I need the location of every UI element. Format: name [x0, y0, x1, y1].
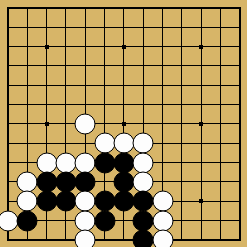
- board-intersection[interactable]: [95, 56, 114, 75]
- board-intersection[interactable]: [114, 95, 133, 114]
- board-intersection[interactable]: [0, 153, 18, 172]
- board-intersection[interactable]: [192, 0, 211, 18]
- board-intersection[interactable]: [0, 172, 18, 191]
- board-intersection[interactable]: [56, 172, 75, 191]
- board-intersection[interactable]: [134, 153, 153, 172]
- board-intersection[interactable]: [56, 37, 75, 56]
- board-intersection[interactable]: [56, 134, 75, 153]
- board-intersection[interactable]: [114, 134, 133, 153]
- board-intersection[interactable]: [76, 134, 95, 153]
- board-intersection[interactable]: [172, 114, 191, 133]
- black-stone[interactable]: [133, 229, 154, 247]
- board-intersection[interactable]: [153, 37, 172, 56]
- board-intersection[interactable]: [95, 0, 114, 18]
- white-stone[interactable]: [113, 133, 134, 154]
- board-intersection[interactable]: [37, 114, 56, 133]
- board-intersection[interactable]: [172, 134, 191, 153]
- board-intersection[interactable]: [153, 211, 172, 230]
- black-stone[interactable]: [113, 171, 134, 192]
- white-stone[interactable]: [133, 133, 154, 154]
- board-intersection[interactable]: [95, 211, 114, 230]
- board-intersection[interactable]: [172, 37, 191, 56]
- board-intersection[interactable]: [114, 0, 133, 18]
- board-intersection[interactable]: [114, 211, 133, 230]
- board-intersection[interactable]: [153, 134, 172, 153]
- go-board[interactable]: [0, 0, 247, 247]
- black-stone[interactable]: [55, 191, 76, 212]
- board-intersection[interactable]: [18, 95, 37, 114]
- board-intersection[interactable]: [172, 230, 191, 247]
- white-stone[interactable]: [36, 152, 57, 173]
- board-intersection[interactable]: [134, 0, 153, 18]
- board-intersection[interactable]: [18, 230, 37, 247]
- board-intersection[interactable]: [153, 153, 172, 172]
- black-stone[interactable]: [133, 191, 154, 212]
- board-intersection[interactable]: [76, 18, 95, 37]
- board-intersection[interactable]: [95, 172, 114, 191]
- board-intersection[interactable]: [230, 211, 247, 230]
- board-intersection[interactable]: [114, 18, 133, 37]
- board-intersection[interactable]: [153, 192, 172, 211]
- board-intersection[interactable]: [56, 153, 75, 172]
- board-intersection[interactable]: [18, 114, 37, 133]
- board-intersection[interactable]: [230, 56, 247, 75]
- board-intersection[interactable]: [18, 56, 37, 75]
- board-intersection[interactable]: [37, 134, 56, 153]
- board-intersection[interactable]: [153, 76, 172, 95]
- board-intersection[interactable]: [211, 211, 230, 230]
- board-intersection[interactable]: [192, 211, 211, 230]
- board-intersection[interactable]: [211, 230, 230, 247]
- board-intersection[interactable]: [37, 18, 56, 37]
- black-stone[interactable]: [133, 210, 154, 231]
- board-intersection[interactable]: [76, 0, 95, 18]
- board-intersection[interactable]: [192, 230, 211, 247]
- stones-layer: [0, 0, 247, 247]
- board-intersection[interactable]: [114, 114, 133, 133]
- board-intersection[interactable]: [211, 95, 230, 114]
- white-stone[interactable]: [133, 171, 154, 192]
- board-intersection[interactable]: [95, 18, 114, 37]
- board-intersection[interactable]: [211, 56, 230, 75]
- board-intersection[interactable]: [172, 172, 191, 191]
- white-stone[interactable]: [152, 191, 173, 212]
- black-stone[interactable]: [94, 191, 115, 212]
- board-intersection[interactable]: [192, 192, 211, 211]
- board-intersection[interactable]: [134, 134, 153, 153]
- board-intersection[interactable]: [114, 230, 133, 247]
- board-intersection[interactable]: [37, 192, 56, 211]
- board-intersection[interactable]: [192, 18, 211, 37]
- board-intersection[interactable]: [230, 37, 247, 56]
- board-intersection[interactable]: [211, 134, 230, 153]
- black-stone[interactable]: [75, 171, 96, 192]
- board-intersection[interactable]: [56, 114, 75, 133]
- board-intersection[interactable]: [0, 56, 18, 75]
- board-intersection[interactable]: [230, 114, 247, 133]
- board-intersection[interactable]: [134, 114, 153, 133]
- board-intersection[interactable]: [192, 37, 211, 56]
- board-intersection[interactable]: [134, 192, 153, 211]
- board-intersection[interactable]: [134, 172, 153, 191]
- board-intersection[interactable]: [18, 172, 37, 191]
- board-intersection[interactable]: [76, 114, 95, 133]
- board-intersection[interactable]: [134, 18, 153, 37]
- board-intersection[interactable]: [18, 0, 37, 18]
- board-intersection[interactable]: [230, 0, 247, 18]
- board-intersection[interactable]: [56, 95, 75, 114]
- white-stone[interactable]: [75, 210, 96, 231]
- white-stone[interactable]: [75, 152, 96, 173]
- board-intersection[interactable]: [18, 18, 37, 37]
- black-stone[interactable]: [113, 152, 134, 173]
- board-intersection[interactable]: [95, 230, 114, 247]
- board-intersection[interactable]: [18, 76, 37, 95]
- board-intersection[interactable]: [211, 153, 230, 172]
- board-intersection[interactable]: [211, 114, 230, 133]
- board-intersection[interactable]: [114, 192, 133, 211]
- board-intersection[interactable]: [76, 211, 95, 230]
- board-intersection[interactable]: [211, 76, 230, 95]
- board-intersection[interactable]: [211, 0, 230, 18]
- board-intersection[interactable]: [230, 18, 247, 37]
- board-intersection[interactable]: [37, 0, 56, 18]
- board-intersection[interactable]: [18, 192, 37, 211]
- board-intersection[interactable]: [192, 153, 211, 172]
- board-intersection[interactable]: [76, 153, 95, 172]
- board-intersection[interactable]: [114, 76, 133, 95]
- board-intersection[interactable]: [95, 134, 114, 153]
- board-intersection[interactable]: [95, 114, 114, 133]
- board-intersection[interactable]: [230, 95, 247, 114]
- board-intersection[interactable]: [172, 192, 191, 211]
- board-intersection[interactable]: [76, 56, 95, 75]
- board-intersection[interactable]: [192, 56, 211, 75]
- board-intersection[interactable]: [76, 192, 95, 211]
- board-intersection[interactable]: [230, 134, 247, 153]
- board-intersection[interactable]: [0, 114, 18, 133]
- board-intersection[interactable]: [56, 18, 75, 37]
- black-stone[interactable]: [36, 171, 57, 192]
- board-intersection[interactable]: [134, 56, 153, 75]
- board-intersection[interactable]: [230, 230, 247, 247]
- board-intersection[interactable]: [37, 211, 56, 230]
- board-intersection[interactable]: [172, 76, 191, 95]
- board-intersection[interactable]: [37, 230, 56, 247]
- board-intersection[interactable]: [56, 76, 75, 95]
- board-intersection[interactable]: [18, 153, 37, 172]
- board-intersection[interactable]: [211, 192, 230, 211]
- board-intersection[interactable]: [192, 114, 211, 133]
- black-stone[interactable]: [94, 152, 115, 173]
- board-intersection[interactable]: [153, 230, 172, 247]
- board-intersection[interactable]: [0, 192, 18, 211]
- black-stone[interactable]: [113, 191, 134, 212]
- board-intersection[interactable]: [95, 192, 114, 211]
- board-intersection[interactable]: [56, 211, 75, 230]
- board-intersection[interactable]: [134, 211, 153, 230]
- board-intersection[interactable]: [153, 95, 172, 114]
- board-intersection[interactable]: [211, 18, 230, 37]
- board-intersection[interactable]: [230, 192, 247, 211]
- board-intersection[interactable]: [211, 172, 230, 191]
- white-stone[interactable]: [55, 152, 76, 173]
- board-intersection[interactable]: [172, 56, 191, 75]
- board-intersection[interactable]: [172, 211, 191, 230]
- board-intersection[interactable]: [95, 76, 114, 95]
- board-intersection[interactable]: [37, 153, 56, 172]
- board-intersection[interactable]: [134, 230, 153, 247]
- board-intersection[interactable]: [114, 153, 133, 172]
- board-intersection[interactable]: [18, 37, 37, 56]
- board-intersection[interactable]: [153, 18, 172, 37]
- black-stone[interactable]: [36, 191, 57, 212]
- black-stone[interactable]: [55, 171, 76, 192]
- board-intersection[interactable]: [114, 172, 133, 191]
- board-intersection[interactable]: [76, 172, 95, 191]
- board-intersection[interactable]: [114, 37, 133, 56]
- board-intersection[interactable]: [153, 172, 172, 191]
- board-intersection[interactable]: [172, 0, 191, 18]
- white-stone[interactable]: [75, 229, 96, 247]
- board-intersection[interactable]: [76, 37, 95, 56]
- white-stone[interactable]: [75, 113, 96, 134]
- board-intersection[interactable]: [192, 134, 211, 153]
- board-intersection[interactable]: [230, 172, 247, 191]
- board-intersection[interactable]: [172, 95, 191, 114]
- white-stone[interactable]: [17, 171, 38, 192]
- white-stone[interactable]: [152, 229, 173, 247]
- white-stone[interactable]: [75, 191, 96, 212]
- board-intersection[interactable]: [0, 95, 18, 114]
- white-stone[interactable]: [152, 210, 173, 231]
- board-intersection[interactable]: [95, 37, 114, 56]
- board-intersection[interactable]: [18, 211, 37, 230]
- board-intersection[interactable]: [95, 153, 114, 172]
- board-intersection[interactable]: [172, 153, 191, 172]
- board-intersection[interactable]: [37, 76, 56, 95]
- board-intersection[interactable]: [153, 0, 172, 18]
- black-stone[interactable]: [94, 210, 115, 231]
- board-intersection[interactable]: [0, 37, 18, 56]
- board-intersection[interactable]: [76, 230, 95, 247]
- board-intersection[interactable]: [134, 37, 153, 56]
- board-intersection[interactable]: [0, 230, 18, 247]
- board-intersection[interactable]: [56, 192, 75, 211]
- board-intersection[interactable]: [56, 230, 75, 247]
- black-stone[interactable]: [17, 210, 38, 231]
- board-intersection[interactable]: [172, 18, 191, 37]
- board-intersection[interactable]: [37, 95, 56, 114]
- white-stone[interactable]: [133, 152, 154, 173]
- board-intersection[interactable]: [37, 37, 56, 56]
- board-intersection[interactable]: [56, 0, 75, 18]
- board-intersection[interactable]: [114, 56, 133, 75]
- board-intersection[interactable]: [0, 134, 18, 153]
- board-intersection[interactable]: [37, 172, 56, 191]
- board-intersection[interactable]: [153, 114, 172, 133]
- board-intersection[interactable]: [192, 76, 211, 95]
- board-intersection[interactable]: [153, 56, 172, 75]
- board-intersection[interactable]: [37, 56, 56, 75]
- white-stone[interactable]: [17, 191, 38, 212]
- board-intersection[interactable]: [192, 172, 211, 191]
- board-intersection[interactable]: [230, 153, 247, 172]
- board-intersection[interactable]: [134, 76, 153, 95]
- board-intersection[interactable]: [230, 76, 247, 95]
- board-intersection[interactable]: [0, 76, 18, 95]
- board-intersection[interactable]: [56, 56, 75, 75]
- white-stone[interactable]: [94, 133, 115, 154]
- board-intersection[interactable]: [134, 95, 153, 114]
- board-intersection[interactable]: [76, 95, 95, 114]
- white-stone[interactable]: [0, 210, 19, 231]
- board-intersection[interactable]: [192, 95, 211, 114]
- board-intersection[interactable]: [95, 95, 114, 114]
- board-intersection[interactable]: [0, 211, 18, 230]
- board-intersection[interactable]: [211, 37, 230, 56]
- board-intersection[interactable]: [0, 0, 18, 18]
- board-intersection[interactable]: [0, 18, 18, 37]
- board-intersection[interactable]: [18, 134, 37, 153]
- board-intersection[interactable]: [76, 76, 95, 95]
